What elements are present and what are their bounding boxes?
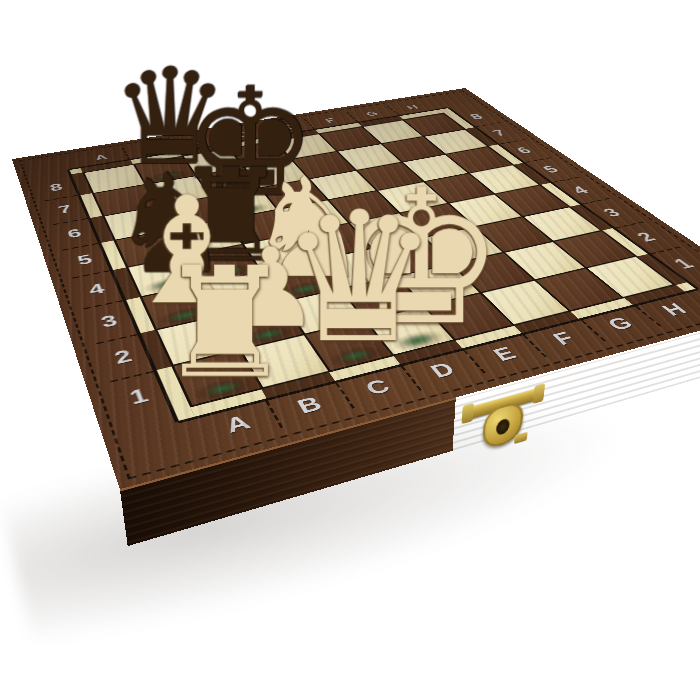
clasp-tongue — [514, 432, 528, 445]
square-c1[interactable]: ♛ — [306, 321, 392, 371]
piece-white-queen[interactable]: ♛ — [279, 194, 440, 360]
coordinate-label-c: C — [335, 367, 420, 409]
piece-white-rook[interactable]: ♜ — [157, 254, 293, 394]
product-photo-chess-box: { "game": { "name": "chess", "descriptio… — [0, 0, 700, 700]
clasp-hole — [496, 418, 510, 437]
